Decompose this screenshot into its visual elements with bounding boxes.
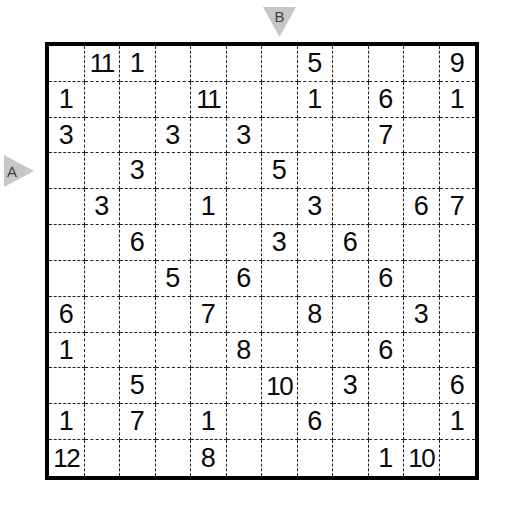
cell-r7c1[interactable] (49, 261, 85, 297)
cell-r1c11[interactable] (404, 46, 440, 82)
cell-r8c6[interactable] (227, 297, 263, 333)
column-marker-b-label: B (274, 8, 284, 25)
cell-r4c4[interactable] (156, 153, 192, 189)
cell-r11c10[interactable] (369, 404, 405, 440)
cell-r5c12[interactable]: 7 (440, 189, 476, 225)
cell-r4c12[interactable] (440, 153, 476, 189)
cell-r9c12[interactable] (440, 333, 476, 369)
cell-r8c3[interactable] (120, 297, 156, 333)
cell-r10c9[interactable]: 3 (333, 368, 369, 404)
cell-r1c9[interactable] (333, 46, 369, 82)
cell-r6c1[interactable] (49, 225, 85, 261)
cell-r10c5[interactable] (191, 368, 227, 404)
row-marker-a: A (4, 155, 34, 187)
cell-r4c1[interactable] (49, 153, 85, 189)
cell-r2c11[interactable] (404, 82, 440, 118)
cell-r6c5[interactable] (191, 225, 227, 261)
cell-r5c10[interactable] (369, 189, 405, 225)
cell-r3c8[interactable] (298, 118, 334, 154)
cell-r2c5[interactable]: 11 (191, 82, 227, 118)
row-marker-a-label: A (7, 163, 17, 180)
cell-r9c2[interactable] (85, 333, 121, 369)
cell-r6c12[interactable] (440, 225, 476, 261)
cell-r10c3[interactable]: 5 (120, 368, 156, 404)
cell-r4c6[interactable] (227, 153, 263, 189)
cell-r7c9[interactable] (333, 261, 369, 297)
cell-r3c9[interactable] (333, 118, 369, 154)
cell-r7c3[interactable] (120, 261, 156, 297)
cell-r12c7[interactable] (262, 440, 298, 476)
cell-r11c5[interactable]: 1 (191, 404, 227, 440)
cell-r6c3[interactable]: 6 (120, 225, 156, 261)
cell-r11c7[interactable] (262, 404, 298, 440)
cell-r1c5[interactable] (191, 46, 227, 82)
cell-r12c3[interactable] (120, 440, 156, 476)
cell-r6c4[interactable] (156, 225, 192, 261)
cell-r12c1[interactable]: 12 (49, 440, 85, 476)
cell-r5c11[interactable]: 6 (404, 189, 440, 225)
cell-r3c11[interactable] (404, 118, 440, 154)
cell-r9c11[interactable] (404, 333, 440, 369)
cell-r5c1[interactable] (49, 189, 85, 225)
cell-r1c10[interactable] (369, 46, 405, 82)
cell-r7c2[interactable] (85, 261, 121, 297)
cell-r8c12[interactable] (440, 297, 476, 333)
cell-r2c12[interactable]: 1 (440, 82, 476, 118)
cell-r5c9[interactable] (333, 189, 369, 225)
cell-r4c8[interactable] (298, 153, 334, 189)
column-marker-b: B (263, 7, 296, 37)
cell-r9c6[interactable]: 8 (227, 333, 263, 369)
cell-r11c11[interactable] (404, 404, 440, 440)
cell-r3c5[interactable] (191, 118, 227, 154)
cell-r1c8[interactable]: 5 (298, 46, 334, 82)
cell-r3c3[interactable] (120, 118, 156, 154)
fillomino-board: 1115911116133373531367636566678318651036… (45, 42, 479, 480)
cell-r3c10[interactable]: 7 (369, 118, 405, 154)
cell-r9c1[interactable]: 1 (49, 333, 85, 369)
cell-r12c9[interactable] (333, 440, 369, 476)
cell-r10c2[interactable] (85, 368, 121, 404)
cell-r7c8[interactable] (298, 261, 334, 297)
cell-r3c12[interactable] (440, 118, 476, 154)
cell-r4c11[interactable] (404, 153, 440, 189)
cell-r11c3[interactable]: 7 (120, 404, 156, 440)
cell-r2c8[interactable]: 1 (298, 82, 334, 118)
cell-r9c9[interactable] (333, 333, 369, 369)
cell-r6c11[interactable] (404, 225, 440, 261)
cell-r8c4[interactable] (156, 297, 192, 333)
cell-r1c2[interactable]: 11 (85, 46, 121, 82)
cell-r1c1[interactable] (49, 46, 85, 82)
cell-r3c2[interactable] (85, 118, 121, 154)
cell-r4c10[interactable] (369, 153, 405, 189)
cell-r2c9[interactable] (333, 82, 369, 118)
cell-r10c12[interactable]: 6 (440, 368, 476, 404)
cell-r5c4[interactable] (156, 189, 192, 225)
cell-r10c1[interactable] (49, 368, 85, 404)
cell-r5c3[interactable] (120, 189, 156, 225)
cell-r11c8[interactable]: 6 (298, 404, 334, 440)
cell-r2c1[interactable]: 1 (49, 82, 85, 118)
cell-r7c12[interactable] (440, 261, 476, 297)
cell-r6c8[interactable] (298, 225, 334, 261)
cell-r11c12[interactable]: 1 (440, 404, 476, 440)
cell-r4c7[interactable]: 5 (262, 153, 298, 189)
cell-r4c2[interactable] (85, 153, 121, 189)
cell-r8c5[interactable]: 7 (191, 297, 227, 333)
cell-r1c4[interactable] (156, 46, 192, 82)
cell-r2c6[interactable] (227, 82, 263, 118)
cell-r2c7[interactable] (262, 82, 298, 118)
cell-r11c1[interactable]: 1 (49, 404, 85, 440)
cell-r2c10[interactable]: 6 (369, 82, 405, 118)
cell-r11c6[interactable] (227, 404, 263, 440)
cell-r8c8[interactable]: 8 (298, 297, 334, 333)
cell-r8c2[interactable] (85, 297, 121, 333)
cell-r11c9[interactable] (333, 404, 369, 440)
cell-r2c4[interactable] (156, 82, 192, 118)
cell-r2c3[interactable] (120, 82, 156, 118)
cell-r1c3[interactable]: 1 (120, 46, 156, 82)
cell-r12c11[interactable]: 10 (404, 440, 440, 476)
cell-r7c5[interactable] (191, 261, 227, 297)
cell-r5c2[interactable]: 3 (85, 189, 121, 225)
cell-r9c10[interactable]: 6 (369, 333, 405, 369)
cell-r9c8[interactable] (298, 333, 334, 369)
cell-r2c2[interactable] (85, 82, 121, 118)
cell-r12c6[interactable] (227, 440, 263, 476)
cell-r5c6[interactable] (227, 189, 263, 225)
cell-r9c4[interactable] (156, 333, 192, 369)
cell-r6c10[interactable] (369, 225, 405, 261)
cell-r3c1[interactable]: 3 (49, 118, 85, 154)
cell-r10c8[interactable] (298, 368, 334, 404)
puzzle-page: B A 111591111613337353136763656667831865… (0, 0, 522, 524)
cell-r6c7[interactable]: 3 (262, 225, 298, 261)
cell-r8c9[interactable] (333, 297, 369, 333)
cell-r3c7[interactable] (262, 118, 298, 154)
cell-r3c4[interactable]: 3 (156, 118, 192, 154)
cell-r12c5[interactable]: 8 (191, 440, 227, 476)
cell-r9c5[interactable] (191, 333, 227, 369)
cell-r8c10[interactable] (369, 297, 405, 333)
cell-r7c7[interactable] (262, 261, 298, 297)
cell-r5c7[interactable] (262, 189, 298, 225)
cell-r11c4[interactable] (156, 404, 192, 440)
cell-r6c2[interactable] (85, 225, 121, 261)
cell-r9c3[interactable] (120, 333, 156, 369)
cell-r4c5[interactable] (191, 153, 227, 189)
cell-r1c12[interactable]: 9 (440, 46, 476, 82)
cell-r10c10[interactable] (369, 368, 405, 404)
cell-r1c6[interactable] (227, 46, 263, 82)
cell-r8c1[interactable]: 6 (49, 297, 85, 333)
cell-r8c7[interactable] (262, 297, 298, 333)
cell-r1c7[interactable] (262, 46, 298, 82)
cell-r7c11[interactable] (404, 261, 440, 297)
cell-r12c12[interactable] (440, 440, 476, 476)
cell-r12c4[interactable] (156, 440, 192, 476)
cell-r10c11[interactable] (404, 368, 440, 404)
cell-r10c4[interactable] (156, 368, 192, 404)
cell-r10c6[interactable] (227, 368, 263, 404)
cell-r5c5[interactable]: 1 (191, 189, 227, 225)
cell-r9c7[interactable] (262, 333, 298, 369)
cell-r3c6[interactable]: 3 (227, 118, 263, 154)
cell-r12c2[interactable] (85, 440, 121, 476)
cell-r4c9[interactable] (333, 153, 369, 189)
cell-r4c3[interactable]: 3 (120, 153, 156, 189)
cell-r12c8[interactable] (298, 440, 334, 476)
cell-r12c10[interactable]: 1 (369, 440, 405, 476)
cell-r11c2[interactable] (85, 404, 121, 440)
cell-r5c8[interactable]: 3 (298, 189, 334, 225)
cell-r8c11[interactable]: 3 (404, 297, 440, 333)
cell-r10c7[interactable]: 10 (262, 368, 298, 404)
cell-r7c4[interactable]: 5 (156, 261, 192, 297)
cell-r6c9[interactable]: 6 (333, 225, 369, 261)
cell-r6c6[interactable] (227, 225, 263, 261)
cell-r7c10[interactable]: 6 (369, 261, 405, 297)
cell-r7c6[interactable]: 6 (227, 261, 263, 297)
